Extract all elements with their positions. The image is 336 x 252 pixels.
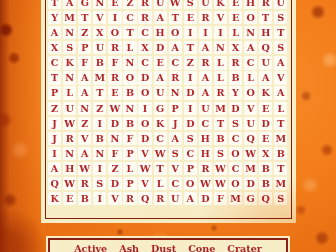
grid-cell: D	[108, 177, 121, 190]
grid-cell: Y	[48, 11, 61, 24]
grid-cell: I	[93, 162, 106, 175]
grid-cell: O	[229, 177, 242, 190]
grid-cell: H	[199, 147, 212, 160]
grid-cell: V	[214, 11, 227, 24]
grid-cell: O	[244, 86, 257, 99]
grid-cell: T	[123, 26, 136, 39]
grid-cell: R	[154, 192, 167, 205]
word-list: ActiveAshDustConeCrater	[50, 240, 286, 252]
grid-cell: V	[244, 102, 257, 115]
grid-cell: J	[48, 117, 61, 130]
grid-cell: R	[169, 71, 182, 84]
grid-cell: B	[274, 147, 287, 160]
grid-cell: C	[229, 132, 242, 145]
grid-cell: T	[184, 41, 197, 54]
grid-cell: W	[214, 177, 227, 190]
grid-cell: M	[214, 102, 227, 115]
grid-cell: L	[244, 71, 257, 84]
grid-cell: M	[93, 71, 106, 84]
grid-cell: I	[138, 102, 151, 115]
grid-cell: F	[214, 192, 227, 205]
grid-cell: Y	[229, 86, 242, 99]
grid-cell: A	[169, 132, 182, 145]
grid-cell: C	[229, 162, 242, 175]
grid-cell: N	[78, 102, 91, 115]
grid-cell: R	[214, 86, 227, 99]
grid-cell: M	[274, 132, 287, 145]
grid-cell: C	[123, 11, 136, 24]
grid-cell: C	[244, 56, 257, 69]
grid-cell: E	[259, 102, 272, 115]
grid-cell: D	[199, 192, 212, 205]
grid-cell: O	[138, 86, 151, 99]
grid-cell: H	[244, 0, 257, 9]
grid-cell: V	[78, 132, 91, 145]
word-list-item: Ash	[119, 243, 139, 252]
grid-cell: P	[184, 162, 197, 175]
grid-cell: A	[154, 71, 167, 84]
grid-cell: D	[138, 132, 151, 145]
grid-cell: A	[184, 192, 197, 205]
grid-cell: W	[108, 102, 121, 115]
grid-cell: T	[93, 86, 106, 99]
board-frame: TAGNEZRUWSUKEHRUYMTVICRATERVEOTSANZXOTCH…	[45, 0, 292, 219]
word-list-item: Dust	[151, 243, 176, 252]
word-list-item: Crater	[227, 243, 262, 252]
grid-cell: T	[259, 11, 272, 24]
grid-cell: O	[169, 26, 182, 39]
grid-cell: O	[184, 177, 197, 190]
grid-cell: A	[63, 0, 76, 9]
grid-cell: T	[169, 11, 182, 24]
grid-cell: Z	[184, 56, 197, 69]
grid-cell: K	[154, 117, 167, 130]
grid-cell: O	[244, 11, 257, 24]
grid-cell: O	[108, 26, 121, 39]
grid-cell: S	[184, 0, 197, 9]
grid-cell: W	[138, 162, 151, 175]
grid-cell: B	[123, 117, 136, 130]
grid-cell: Q	[259, 41, 272, 54]
grid-cell: X	[229, 41, 242, 54]
grid-cell: A	[274, 56, 287, 69]
grid-cell: R	[123, 192, 136, 205]
grid-cell: O	[123, 71, 136, 84]
grid-cell: M	[229, 192, 242, 205]
grid-cell: Q	[259, 192, 272, 205]
grid-cell: V	[108, 192, 121, 205]
grid-cell: D	[154, 41, 167, 54]
grid-cell: I	[93, 192, 106, 205]
grid-cell: N	[63, 26, 76, 39]
grid-cell: R	[138, 11, 151, 24]
grid-cell: E	[63, 192, 76, 205]
grid-cell: L	[123, 41, 136, 54]
grid-cell: B	[229, 71, 242, 84]
grid-cell: N	[244, 26, 257, 39]
grid-cell: B	[259, 162, 272, 175]
grid-cell: S	[274, 192, 287, 205]
grid-cell: A	[48, 162, 61, 175]
grid-cell: R	[199, 56, 212, 69]
grid-cell: R	[108, 71, 121, 84]
grid-cell: F	[108, 147, 121, 160]
grid-cell: P	[78, 41, 91, 54]
grid-cell: T	[78, 11, 91, 24]
grid-cell: O	[229, 147, 242, 160]
grid-cell: H	[154, 26, 167, 39]
grid-cell: E	[108, 0, 121, 9]
grid-cell: I	[108, 11, 121, 24]
grid-cell: N	[63, 71, 76, 84]
grid-cell: U	[244, 117, 257, 130]
grid-cell: M	[274, 177, 287, 190]
grid-cell: A	[199, 41, 212, 54]
grid-cell: U	[199, 0, 212, 9]
grid-cell: W	[78, 162, 91, 175]
grid-cell: W	[244, 147, 257, 160]
grid-cell: P	[169, 102, 182, 115]
grid-cell: K	[63, 56, 76, 69]
grid-cell: R	[229, 56, 242, 69]
grid-cell: U	[63, 102, 76, 115]
grid-cell: T	[154, 162, 167, 175]
word-list-item: Cone	[188, 243, 215, 252]
grid-cell: T	[214, 117, 227, 130]
grid-cell: L	[154, 177, 167, 190]
grid-cell: E	[154, 56, 167, 69]
grid-cell: V	[169, 162, 182, 175]
worksheet: TAGNEZRUWSUKEHRUYMTVICRATERVEOTSANZXOTCH…	[0, 0, 336, 252]
grid-cell: J	[169, 117, 182, 130]
grid-cell: W	[169, 0, 182, 9]
grid-cell: I	[184, 102, 197, 115]
letter-grid: TAGNEZRUWSUKEHRUYMTVICRATERVEOTSANZXOTCH…	[48, 0, 287, 205]
grid-cell: N	[93, 0, 106, 9]
grid-cell: D	[184, 117, 197, 130]
grid-cell: L	[123, 162, 136, 175]
grid-cell: E	[259, 132, 272, 145]
grid-cell: K	[214, 0, 227, 9]
grid-cell: S	[184, 132, 197, 145]
grid-cell: A	[274, 86, 287, 99]
grid-cell: A	[199, 86, 212, 99]
grid-cell: T	[274, 117, 287, 130]
grid-cell: W	[214, 162, 227, 175]
wordsearch-board: TAGNEZRUWSUKEHRUYMTVICRATERVEOTSANZXOTCH…	[41, 0, 296, 223]
grid-cell: D	[108, 117, 121, 130]
grid-cell: H	[199, 132, 212, 145]
grid-cell: K	[259, 86, 272, 99]
grid-cell: G	[244, 192, 257, 205]
grid-cell: R	[138, 0, 151, 9]
grid-cell: X	[259, 147, 272, 160]
grid-cell: C	[138, 26, 151, 39]
grid-cell: B	[78, 192, 91, 205]
grid-cell: E	[184, 11, 197, 24]
grid-cell: Z	[123, 0, 136, 9]
grid-cell: S	[214, 147, 227, 160]
grid-cell: D	[184, 86, 197, 99]
grid-cell: G	[78, 0, 91, 9]
grid-cell: N	[169, 86, 182, 99]
grid-cell: I	[184, 71, 197, 84]
grid-cell: A	[78, 147, 91, 160]
grid-cell: V	[274, 71, 287, 84]
grid-cell: A	[244, 41, 257, 54]
grid-cell: W	[154, 147, 167, 160]
grid-cell: T	[48, 0, 61, 9]
grid-cell: Q	[244, 132, 257, 145]
grid-cell: I	[199, 26, 212, 39]
grid-cell: S	[229, 117, 242, 130]
grid-cell: U	[169, 192, 182, 205]
grid-cell: B	[93, 56, 106, 69]
grid-cell: Z	[93, 102, 106, 115]
grid-cell: D	[259, 117, 272, 130]
grid-cell: O	[138, 117, 151, 130]
grid-cell: Z	[108, 162, 121, 175]
grid-cell: A	[199, 71, 212, 84]
grid-cell: T	[48, 71, 61, 84]
grid-cell: U	[154, 86, 167, 99]
grid-cell: N	[93, 147, 106, 160]
grid-cell: V	[138, 147, 151, 160]
grid-cell: R	[63, 132, 76, 145]
grid-cell: R	[78, 177, 91, 190]
grid-cell: N	[214, 41, 227, 54]
grid-cell: B	[259, 177, 272, 190]
grid-cell: R	[259, 0, 272, 9]
grid-cell: L	[214, 56, 227, 69]
grid-cell: B	[214, 132, 227, 145]
grid-cell: C	[169, 56, 182, 69]
grid-cell: Q	[48, 177, 61, 190]
grid-cell: A	[169, 41, 182, 54]
grid-cell: N	[123, 102, 136, 115]
grid-cell: A	[78, 86, 91, 99]
grid-cell: C	[48, 56, 61, 69]
grid-cell: C	[138, 56, 151, 69]
grid-cell: U	[259, 56, 272, 69]
word-list-item: Active	[74, 243, 107, 252]
grid-cell: T	[274, 162, 287, 175]
grid-cell: P	[123, 177, 136, 190]
grid-cell: L	[274, 102, 287, 115]
grid-cell: H	[259, 26, 272, 39]
grid-cell: A	[48, 26, 61, 39]
grid-cell: U	[154, 0, 167, 9]
grid-cell: I	[48, 147, 61, 160]
grid-cell: X	[48, 41, 61, 54]
grid-cell: I	[184, 26, 197, 39]
grid-cell: S	[274, 11, 287, 24]
grid-cell: I	[214, 26, 227, 39]
grid-cell: L	[214, 71, 227, 84]
grid-cell: F	[78, 56, 91, 69]
grid-cell: H	[63, 162, 76, 175]
grid-cell: F	[123, 132, 136, 145]
grid-cell: P	[48, 86, 61, 99]
grid-cell: Z	[78, 26, 91, 39]
grid-cell: J	[48, 132, 61, 145]
grid-cell: A	[259, 71, 272, 84]
grid-cell: S	[93, 177, 106, 190]
word-list-panel: ActiveAshDustConeCrater	[46, 236, 290, 252]
grid-cell: S	[274, 41, 287, 54]
grid-cell: S	[63, 41, 76, 54]
grid-cell: E	[229, 0, 242, 9]
grid-cell: C	[184, 147, 197, 160]
grid-cell: M	[63, 11, 76, 24]
grid-cell: R	[108, 41, 121, 54]
word-list-frame: ActiveAshDustConeCrater	[48, 238, 288, 252]
grid-cell: N	[108, 132, 121, 145]
grid-cell: L	[63, 86, 76, 99]
grid-cell: Z	[48, 102, 61, 115]
grid-cell: U	[274, 0, 287, 9]
grid-cell: K	[48, 192, 61, 205]
grid-cell: D	[229, 102, 242, 115]
grid-cell: V	[93, 11, 106, 24]
grid-cell: D	[244, 177, 257, 190]
grid-cell: Z	[78, 117, 91, 130]
grid-cell: G	[154, 102, 167, 115]
grid-cell: M	[244, 162, 257, 175]
grid-cell: N	[63, 147, 76, 160]
grid-cell: C	[169, 177, 182, 190]
grid-cell: W	[199, 177, 212, 190]
grid-cell: E	[229, 11, 242, 24]
grid-cell: V	[138, 177, 151, 190]
grid-cell: E	[108, 86, 121, 99]
grid-cell: W	[63, 177, 76, 190]
grid-cell: U	[199, 102, 212, 115]
grid-cell: F	[108, 56, 121, 69]
grid-cell: I	[93, 117, 106, 130]
grid-cell: W	[63, 117, 76, 130]
grid-cell: L	[229, 26, 242, 39]
grid-cell: S	[169, 147, 182, 160]
grid-cell: T	[274, 26, 287, 39]
grid-cell: B	[93, 132, 106, 145]
grid-cell: D	[138, 71, 151, 84]
grid-cell: P	[123, 147, 136, 160]
grid-cell: C	[199, 117, 212, 130]
grid-cell: R	[199, 162, 212, 175]
grid-cell: X	[138, 41, 151, 54]
grid-cell: C	[154, 132, 167, 145]
grid-cell: A	[154, 11, 167, 24]
grid-cell: R	[199, 11, 212, 24]
grid-cell: X	[93, 26, 106, 39]
grid-cell: U	[93, 41, 106, 54]
grid-cell: N	[123, 56, 136, 69]
grid-cell: A	[78, 71, 91, 84]
grid-cell: Q	[138, 192, 151, 205]
grid-cell: B	[123, 86, 136, 99]
